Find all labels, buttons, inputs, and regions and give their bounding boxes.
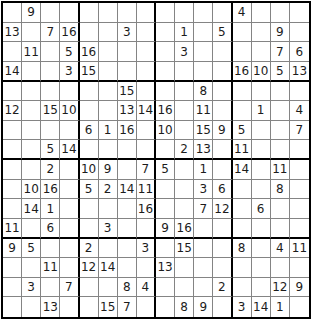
cell-r9c11-given: 1 xyxy=(194,160,213,180)
cell-r2c6-empty[interactable] xyxy=(99,23,118,43)
cell-r10c8-given: 11 xyxy=(137,180,156,200)
cell-r11c12-given: 12 xyxy=(213,199,232,219)
cell-r5c15-empty[interactable] xyxy=(271,82,290,102)
cell-r14c11-empty[interactable] xyxy=(194,258,213,278)
cell-r13c14-empty[interactable] xyxy=(252,239,271,259)
cell-r12c4-empty[interactable] xyxy=(60,219,79,239)
cell-r4c10-empty[interactable] xyxy=(175,62,194,82)
cell-r10c2-given: 10 xyxy=(22,180,41,200)
cell-r9c8-given: 7 xyxy=(137,160,156,180)
cell-r14c12-empty[interactable] xyxy=(213,258,232,278)
cell-r1c3-empty[interactable] xyxy=(41,3,60,23)
cell-r13c4-empty[interactable] xyxy=(60,239,79,259)
cell-r3c9-empty[interactable] xyxy=(156,42,175,62)
cell-r5c5-empty[interactable] xyxy=(80,82,99,102)
cell-r2c16-empty[interactable] xyxy=(290,23,309,43)
cell-r1c13-given: 4 xyxy=(233,3,252,23)
cell-r4c8-empty[interactable] xyxy=(137,62,156,82)
cell-r15c2-given: 3 xyxy=(22,278,41,298)
cell-r14c13-empty[interactable] xyxy=(233,258,252,278)
cell-r2c11-empty[interactable] xyxy=(194,23,213,43)
cell-r13c15-given: 4 xyxy=(271,239,290,259)
cell-r13c11-empty[interactable] xyxy=(194,239,213,259)
cell-r5c7-given: 15 xyxy=(118,82,137,102)
cell-r12c11-empty[interactable] xyxy=(194,219,213,239)
cell-r15c5-empty[interactable] xyxy=(80,278,99,298)
cell-r6c16-given: 4 xyxy=(290,101,309,121)
cell-r8c16-empty[interactable] xyxy=(290,140,309,160)
cell-r5c14-empty[interactable] xyxy=(252,82,271,102)
cell-r11c6-empty[interactable] xyxy=(99,199,118,219)
cell-r1c6-empty[interactable] xyxy=(99,3,118,23)
cell-r10c5-given: 5 xyxy=(80,180,99,200)
cell-r13c7-empty[interactable] xyxy=(118,239,137,259)
cell-r1c15-empty[interactable] xyxy=(271,3,290,23)
cell-r16c6-given: 15 xyxy=(99,297,118,317)
cell-r10c13-empty[interactable] xyxy=(233,180,252,200)
cell-r11c8-given: 16 xyxy=(137,199,156,219)
cell-r7c7-given: 16 xyxy=(118,121,137,141)
cell-r8c15-empty[interactable] xyxy=(271,140,290,160)
cell-r4c14-given: 10 xyxy=(252,62,271,82)
cell-r11c5-empty[interactable] xyxy=(80,199,99,219)
cell-r15c9-empty[interactable] xyxy=(156,278,175,298)
cell-r10c3-given: 16 xyxy=(41,180,60,200)
cell-r12c1-given: 11 xyxy=(3,219,22,239)
cell-r15c13-empty[interactable] xyxy=(233,278,252,298)
cell-r14c5-given: 12 xyxy=(80,258,99,278)
cell-r15c8-given: 4 xyxy=(137,278,156,298)
cell-r6c8-given: 14 xyxy=(137,101,156,121)
cell-r8c10-given: 2 xyxy=(175,140,194,160)
cell-r3c12-empty[interactable] xyxy=(213,42,232,62)
cell-r1c11-empty[interactable] xyxy=(194,3,213,23)
cell-r14c9-given: 13 xyxy=(156,258,175,278)
cell-r13c1-given: 9 xyxy=(3,239,22,259)
cell-r1c14-empty[interactable] xyxy=(252,3,271,23)
cell-r10c1-empty[interactable] xyxy=(3,180,22,200)
cell-r14c10-empty[interactable] xyxy=(175,258,194,278)
cell-r7c15-empty[interactable] xyxy=(271,121,290,141)
cell-r13c8-given: 3 xyxy=(137,239,156,259)
cell-r16c14-given: 14 xyxy=(252,297,271,317)
cell-r11c9-empty[interactable] xyxy=(156,199,175,219)
cell-r9c16-empty[interactable] xyxy=(290,160,309,180)
cell-r10c12-given: 6 xyxy=(213,180,232,200)
cell-r8c1-empty[interactable] xyxy=(3,140,22,160)
cell-r9c5-given: 10 xyxy=(80,160,99,180)
cell-r15c16-given: 9 xyxy=(290,278,309,298)
cell-r11c1-empty[interactable] xyxy=(3,199,22,219)
cell-r12c15-empty[interactable] xyxy=(271,219,290,239)
cell-r16c3-given: 13 xyxy=(41,297,60,317)
cell-r16c8-empty[interactable] xyxy=(137,297,156,317)
cell-r15c14-empty[interactable] xyxy=(252,278,271,298)
cell-r7c13-given: 5 xyxy=(233,121,252,141)
cell-r6c4-given: 10 xyxy=(60,101,79,121)
cell-r13c5-given: 2 xyxy=(80,239,99,259)
cell-r5c4-empty[interactable] xyxy=(60,82,79,102)
cell-r6c6-empty[interactable] xyxy=(99,101,118,121)
sudoku-board: 9413716315911516376143151610513158121510… xyxy=(1,1,311,319)
cell-r14c14-empty[interactable] xyxy=(252,258,271,278)
cell-r6c3-given: 15 xyxy=(41,101,60,121)
cell-r16c5-empty[interactable] xyxy=(80,297,99,317)
cell-r16c1-empty[interactable] xyxy=(3,297,22,317)
cell-r4c15-given: 5 xyxy=(271,62,290,82)
cell-r15c4-given: 7 xyxy=(60,278,79,298)
cell-r13c9-empty[interactable] xyxy=(156,239,175,259)
cell-r12c2-empty[interactable] xyxy=(22,219,41,239)
cell-r8c8-empty[interactable] xyxy=(137,140,156,160)
cell-r11c7-empty[interactable] xyxy=(118,199,137,219)
cell-r7c6-given: 1 xyxy=(99,121,118,141)
cell-r13c13-given: 8 xyxy=(233,239,252,259)
cell-r11c14-given: 6 xyxy=(252,199,271,219)
cell-r9c1-empty[interactable] xyxy=(3,160,22,180)
cell-r5c16-empty[interactable] xyxy=(290,82,309,102)
cell-r6c7-given: 13 xyxy=(118,101,137,121)
cell-r3c7-empty[interactable] xyxy=(118,42,137,62)
cell-r2c5-empty[interactable] xyxy=(80,23,99,43)
cell-r16c10-given: 8 xyxy=(175,297,194,317)
cell-r6c10-empty[interactable] xyxy=(175,101,194,121)
cell-r15c6-empty[interactable] xyxy=(99,278,118,298)
cell-r4c4-given: 3 xyxy=(60,62,79,82)
cell-r5c6-empty[interactable] xyxy=(99,82,118,102)
cell-r9c10-empty[interactable] xyxy=(175,160,194,180)
cell-r10c6-given: 2 xyxy=(99,180,118,200)
cell-r6c2-empty[interactable] xyxy=(22,101,41,121)
cell-r16c4-empty[interactable] xyxy=(60,297,79,317)
cell-r8c14-empty[interactable] xyxy=(252,140,271,160)
cell-r8c6-empty[interactable] xyxy=(99,140,118,160)
cell-r12c16-empty[interactable] xyxy=(290,219,309,239)
cell-r9c4-empty[interactable] xyxy=(60,160,79,180)
cell-r12c3-given: 6 xyxy=(41,219,60,239)
cell-r10c9-empty[interactable] xyxy=(156,180,175,200)
cell-r15c15-given: 12 xyxy=(271,278,290,298)
cell-r7c10-empty[interactable] xyxy=(175,121,194,141)
cell-r3c11-empty[interactable] xyxy=(194,42,213,62)
cell-r1c2-given: 9 xyxy=(22,3,41,23)
cell-r1c10-empty[interactable] xyxy=(175,3,194,23)
cell-r2c7-given: 3 xyxy=(118,23,137,43)
cell-r1c16-empty[interactable] xyxy=(290,3,309,23)
cell-r16c9-empty[interactable] xyxy=(156,297,175,317)
cell-r4c9-empty[interactable] xyxy=(156,62,175,82)
cell-r5c2-empty[interactable] xyxy=(22,82,41,102)
cell-r4c2-empty[interactable] xyxy=(22,62,41,82)
cell-r3c6-empty[interactable] xyxy=(99,42,118,62)
cell-r5c3-empty[interactable] xyxy=(41,82,60,102)
cell-r7c8-empty[interactable] xyxy=(137,121,156,141)
cell-r14c4-empty[interactable] xyxy=(60,258,79,278)
cell-r6c15-empty[interactable] xyxy=(271,101,290,121)
cell-r3c10-given: 3 xyxy=(175,42,194,62)
cell-r10c11-given: 3 xyxy=(194,180,213,200)
cell-r3c3-empty[interactable] xyxy=(41,42,60,62)
cell-r15c10-empty[interactable] xyxy=(175,278,194,298)
cell-r1c12-empty[interactable] xyxy=(213,3,232,23)
cell-r5c10-empty[interactable] xyxy=(175,82,194,102)
cell-r12c9-given: 9 xyxy=(156,219,175,239)
cell-r6c5-empty[interactable] xyxy=(80,101,99,121)
cell-r11c16-empty[interactable] xyxy=(290,199,309,219)
cell-r16c7-given: 7 xyxy=(118,297,137,317)
cell-r13c16-given: 11 xyxy=(290,239,309,259)
cell-r13c6-empty[interactable] xyxy=(99,239,118,259)
cell-r10c7-given: 14 xyxy=(118,180,137,200)
cell-r9c13-given: 14 xyxy=(233,160,252,180)
cell-r2c9-empty[interactable] xyxy=(156,23,175,43)
cell-r1c4-empty[interactable] xyxy=(60,3,79,23)
cell-r2c13-empty[interactable] xyxy=(233,23,252,43)
cell-r12c8-empty[interactable] xyxy=(137,219,156,239)
cell-r2c10-given: 1 xyxy=(175,23,194,43)
cell-r10c10-empty[interactable] xyxy=(175,180,194,200)
cell-r2c12-given: 5 xyxy=(213,23,232,43)
cell-r7c16-given: 7 xyxy=(290,121,309,141)
cell-r14c16-empty[interactable] xyxy=(290,258,309,278)
cell-r8c12-empty[interactable] xyxy=(213,140,232,160)
cell-r4c6-empty[interactable] xyxy=(99,62,118,82)
cell-r2c14-empty[interactable] xyxy=(252,23,271,43)
cell-r10c4-empty[interactable] xyxy=(60,180,79,200)
cell-r13c10-given: 15 xyxy=(175,239,194,259)
cell-r2c8-empty[interactable] xyxy=(137,23,156,43)
cell-r10c16-empty[interactable] xyxy=(290,180,309,200)
cell-r3c5-given: 16 xyxy=(80,42,99,62)
cell-r6c1-given: 12 xyxy=(3,101,22,121)
cell-r8c7-empty[interactable] xyxy=(118,140,137,160)
cell-r15c3-empty[interactable] xyxy=(41,278,60,298)
cell-r3c14-empty[interactable] xyxy=(252,42,271,62)
cell-r1c5-empty[interactable] xyxy=(80,3,99,23)
cell-r10c14-empty[interactable] xyxy=(252,180,271,200)
cell-r4c3-empty[interactable] xyxy=(41,62,60,82)
cell-r2c2-empty[interactable] xyxy=(22,23,41,43)
cell-r11c13-empty[interactable] xyxy=(233,199,252,219)
cell-r9c7-empty[interactable] xyxy=(118,160,137,180)
cell-r3c4-given: 5 xyxy=(60,42,79,62)
cell-r16c12-empty[interactable] xyxy=(213,297,232,317)
cell-r9c12-empty[interactable] xyxy=(213,160,232,180)
cell-r14c1-empty[interactable] xyxy=(3,258,22,278)
cell-r9c15-given: 11 xyxy=(271,160,290,180)
cell-r4c12-empty[interactable] xyxy=(213,62,232,82)
cell-r8c5-empty[interactable] xyxy=(80,140,99,160)
cell-r3c1-empty[interactable] xyxy=(3,42,22,62)
cell-r7c14-empty[interactable] xyxy=(252,121,271,141)
cell-r11c3-given: 1 xyxy=(41,199,60,219)
cell-r1c7-empty[interactable] xyxy=(118,3,137,23)
cell-r12c12-empty[interactable] xyxy=(213,219,232,239)
cell-r7c2-empty[interactable] xyxy=(22,121,41,141)
cell-r11c10-empty[interactable] xyxy=(175,199,194,219)
cell-r2c4-given: 16 xyxy=(60,23,79,43)
cell-r9c9-given: 5 xyxy=(156,160,175,180)
cell-r14c7-empty[interactable] xyxy=(118,258,137,278)
cell-r6c14-given: 1 xyxy=(252,101,271,121)
cell-r7c5-given: 6 xyxy=(80,121,99,141)
cell-r1c8-empty[interactable] xyxy=(137,3,156,23)
cell-r14c8-empty[interactable] xyxy=(137,258,156,278)
cell-r16c15-given: 1 xyxy=(271,297,290,317)
cell-r12c7-empty[interactable] xyxy=(118,219,137,239)
cell-r5c1-empty[interactable] xyxy=(3,82,22,102)
cell-r5c12-empty[interactable] xyxy=(213,82,232,102)
cell-r7c3-empty[interactable] xyxy=(41,121,60,141)
cell-r9c3-given: 2 xyxy=(41,160,60,180)
cell-r13c2-given: 5 xyxy=(22,239,41,259)
cell-r8c3-given: 5 xyxy=(41,140,60,160)
cell-r14c3-given: 11 xyxy=(41,258,60,278)
cell-r13c3-empty[interactable] xyxy=(41,239,60,259)
cell-r3c13-empty[interactable] xyxy=(233,42,252,62)
cell-r7c12-given: 9 xyxy=(213,121,232,141)
cell-r14c15-empty[interactable] xyxy=(271,258,290,278)
cell-r5c11-given: 8 xyxy=(194,82,213,102)
cell-r1c1-empty[interactable] xyxy=(3,3,22,23)
cell-r11c4-empty[interactable] xyxy=(60,199,79,219)
cell-r10c15-given: 8 xyxy=(271,180,290,200)
cell-r8c9-empty[interactable] xyxy=(156,140,175,160)
cell-r13c12-empty[interactable] xyxy=(213,239,232,259)
cell-r2c15-given: 9 xyxy=(271,23,290,43)
cell-r12c14-empty[interactable] xyxy=(252,219,271,239)
cell-r9c6-given: 9 xyxy=(99,160,118,180)
cell-r12c5-empty[interactable] xyxy=(80,219,99,239)
cell-r5c8-empty[interactable] xyxy=(137,82,156,102)
cell-r5c13-empty[interactable] xyxy=(233,82,252,102)
cell-r6c9-given: 16 xyxy=(156,101,175,121)
cell-r12c10-given: 16 xyxy=(175,219,194,239)
cell-r15c7-given: 8 xyxy=(118,278,137,298)
cell-r16c16-empty[interactable] xyxy=(290,297,309,317)
cell-r4c7-empty[interactable] xyxy=(118,62,137,82)
cell-r9c14-empty[interactable] xyxy=(252,160,271,180)
cell-r7c9-given: 10 xyxy=(156,121,175,141)
cell-r8c13-given: 11 xyxy=(233,140,252,160)
cell-r11c15-empty[interactable] xyxy=(271,199,290,219)
cell-r15c12-given: 2 xyxy=(213,278,232,298)
cell-r16c11-given: 9 xyxy=(194,297,213,317)
cell-r8c11-given: 13 xyxy=(194,140,213,160)
cell-r7c11-given: 15 xyxy=(194,121,213,141)
cell-r5c9-empty[interactable] xyxy=(156,82,175,102)
cell-r3c2-given: 11 xyxy=(22,42,41,62)
cell-r4c13-given: 16 xyxy=(233,62,252,82)
cell-r12c6-given: 3 xyxy=(99,219,118,239)
cell-r15c11-empty[interactable] xyxy=(194,278,213,298)
cell-r2c1-given: 13 xyxy=(3,23,22,43)
cell-r14c2-empty[interactable] xyxy=(22,258,41,278)
cell-r4c16-given: 13 xyxy=(290,62,309,82)
cell-r3c16-given: 6 xyxy=(290,42,309,62)
cell-r4c11-empty[interactable] xyxy=(194,62,213,82)
cell-r3c8-empty[interactable] xyxy=(137,42,156,62)
cell-r7c1-empty[interactable] xyxy=(3,121,22,141)
cell-r11c2-given: 14 xyxy=(22,199,41,219)
cell-r3c15-given: 7 xyxy=(271,42,290,62)
cell-r7c4-empty[interactable] xyxy=(60,121,79,141)
cell-r8c4-given: 14 xyxy=(60,140,79,160)
cell-r15c1-empty[interactable] xyxy=(3,278,22,298)
cell-r14c6-given: 14 xyxy=(99,258,118,278)
cell-r6c11-given: 11 xyxy=(194,101,213,121)
cell-r6c13-empty[interactable] xyxy=(233,101,252,121)
cell-r16c2-empty[interactable] xyxy=(22,297,41,317)
cell-r11c11-given: 7 xyxy=(194,199,213,219)
cell-r4c1-given: 14 xyxy=(3,62,22,82)
cell-r12c13-empty[interactable] xyxy=(233,219,252,239)
cell-r2c3-given: 7 xyxy=(41,23,60,43)
cell-r1c9-empty[interactable] xyxy=(156,3,175,23)
cell-r16c13-given: 3 xyxy=(233,297,252,317)
cell-r4c5-given: 15 xyxy=(80,62,99,82)
cell-r6c12-empty[interactable] xyxy=(213,101,232,121)
cell-r9c2-empty[interactable] xyxy=(22,160,41,180)
cell-r8c2-empty[interactable] xyxy=(22,140,41,160)
